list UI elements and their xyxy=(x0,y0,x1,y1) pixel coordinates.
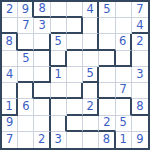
cell-r3c7[interactable] xyxy=(99,34,115,50)
cell-r8c6[interactable] xyxy=(83,116,99,132)
cell-r5c2[interactable] xyxy=(18,67,34,83)
cell-r3c9[interactable]: 2 xyxy=(132,34,148,50)
cell-r4c2[interactable]: 5 xyxy=(18,51,34,67)
cell-r1c3[interactable]: 8 xyxy=(34,2,50,18)
cell-r4c5[interactable] xyxy=(67,51,83,67)
cell-r3c3[interactable] xyxy=(34,34,50,50)
cell-r1c9[interactable]: 7 xyxy=(132,2,148,18)
cell-r8c9[interactable] xyxy=(132,116,148,132)
cell-r6c7[interactable] xyxy=(99,83,115,99)
cell-r9c5[interactable] xyxy=(67,132,83,148)
cell-r2c3[interactable]: 3 xyxy=(34,18,50,34)
cell-r2c1[interactable] xyxy=(2,18,18,34)
cell-r5c8[interactable] xyxy=(116,67,132,83)
cell-r9c4[interactable]: 3 xyxy=(51,132,67,148)
cell-r4c1[interactable] xyxy=(2,51,18,67)
cell-r9c9[interactable]: 9 xyxy=(132,132,148,148)
cell-r6c4[interactable] xyxy=(51,83,67,99)
cell-r1c7[interactable]: 5 xyxy=(99,2,115,18)
cell-r6c3[interactable] xyxy=(34,83,50,99)
cell-r6c1[interactable] xyxy=(2,83,18,99)
cell-r6c2[interactable] xyxy=(18,83,34,99)
cell-r5c3[interactable] xyxy=(34,67,50,83)
cell-r1c6[interactable]: 4 xyxy=(83,2,99,18)
cell-r4c3[interactable] xyxy=(34,51,50,67)
cell-r3c4[interactable]: 5 xyxy=(51,34,67,50)
cell-r9c1[interactable]: 7 xyxy=(2,132,18,148)
cell-r7c6[interactable]: 2 xyxy=(83,99,99,115)
cell-r1c2[interactable]: 9 xyxy=(18,2,34,18)
cell-r8c2[interactable] xyxy=(18,116,34,132)
cell-r1c4[interactable] xyxy=(51,2,67,18)
cell-r2c2[interactable]: 7 xyxy=(18,18,34,34)
cell-r4c4[interactable] xyxy=(51,51,67,67)
cell-r8c7[interactable]: 2 xyxy=(99,116,115,132)
cell-r5c7[interactable] xyxy=(99,67,115,83)
cell-r5c6[interactable]: 5 xyxy=(83,67,99,83)
cell-r3c5[interactable] xyxy=(67,34,83,50)
cell-r1c5[interactable] xyxy=(67,2,83,18)
cell-r6c6[interactable] xyxy=(83,83,99,99)
cell-r4c6[interactable] xyxy=(83,51,99,67)
cell-r5c9[interactable]: 3 xyxy=(132,67,148,83)
cell-r8c3[interactable] xyxy=(34,116,50,132)
cell-r1c8[interactable] xyxy=(116,2,132,18)
cell-r7c8[interactable] xyxy=(116,99,132,115)
cell-r5c1[interactable]: 4 xyxy=(2,67,18,83)
cell-r8c1[interactable]: 9 xyxy=(2,116,18,132)
cell-r9c7[interactable]: 8 xyxy=(99,132,115,148)
cell-r8c4[interactable] xyxy=(51,116,67,132)
cell-r2c8[interactable] xyxy=(116,18,132,34)
cell-r1c1[interactable]: 2 xyxy=(2,2,18,18)
cell-r7c4[interactable] xyxy=(51,99,67,115)
cell-r7c1[interactable]: 1 xyxy=(2,99,18,115)
cell-r3c8[interactable]: 6 xyxy=(116,34,132,50)
cell-r9c6[interactable] xyxy=(83,132,99,148)
cell-r2c4[interactable] xyxy=(51,18,67,34)
cell-r9c8[interactable]: 1 xyxy=(116,132,132,148)
cell-r7c5[interactable] xyxy=(67,99,83,115)
cell-r6c9[interactable] xyxy=(132,83,148,99)
cell-r8c8[interactable]: 5 xyxy=(116,116,132,132)
cell-r4c9[interactable] xyxy=(132,51,148,67)
cell-r6c5[interactable] xyxy=(67,83,83,99)
cell-r8c5[interactable] xyxy=(67,116,83,132)
cell-r4c7[interactable] xyxy=(99,51,115,67)
cell-r7c9[interactable]: 8 xyxy=(132,99,148,115)
cell-r7c3[interactable] xyxy=(34,99,50,115)
cell-r2c9[interactable]: 4 xyxy=(132,18,148,34)
cell-r2c7[interactable] xyxy=(99,18,115,34)
cell-r2c6[interactable] xyxy=(83,18,99,34)
cell-r4c8[interactable] xyxy=(116,51,132,67)
cell-r3c2[interactable] xyxy=(18,34,34,50)
cell-r7c7[interactable] xyxy=(99,99,115,115)
cell-r3c6[interactable] xyxy=(83,34,99,50)
cell-r5c5[interactable] xyxy=(67,67,83,83)
cell-r7c2[interactable]: 6 xyxy=(18,99,34,115)
cell-r9c2[interactable] xyxy=(18,132,34,148)
cell-r5c4[interactable]: 1 xyxy=(51,67,67,83)
cell-r6c8[interactable]: 7 xyxy=(116,83,132,99)
cell-r9c3[interactable]: 2 xyxy=(34,132,50,148)
cell-r3c1[interactable]: 8 xyxy=(2,34,18,50)
jigsaw-sudoku-board: 29845773485625415371628925723819 xyxy=(0,0,150,150)
cell-r2c5[interactable] xyxy=(67,18,83,34)
